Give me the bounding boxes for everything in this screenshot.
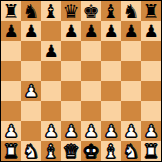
square-f1[interactable]: ♝ — [101, 141, 121, 161]
square-b4[interactable]: ♟ — [21, 81, 41, 101]
square-f4[interactable] — [101, 81, 121, 101]
square-a6[interactable] — [1, 41, 21, 61]
square-d6[interactable] — [61, 41, 81, 61]
chess-board-frame: ♜♞♝♛♚♝♞♜♟♟♟♟♟♟♟♟♟♟♟♟♟♟♟♟♜♞♝♛♚♝♞♜ — [0, 0, 162, 162]
square-d1[interactable]: ♛ — [61, 141, 81, 161]
piece-black-king[interactable]: ♚ — [82, 1, 99, 21]
square-e1[interactable]: ♚ — [81, 141, 101, 161]
square-d4[interactable] — [61, 81, 81, 101]
square-g7[interactable]: ♟ — [121, 21, 141, 41]
square-b8[interactable]: ♞ — [21, 1, 41, 21]
piece-white-rook[interactable]: ♜ — [142, 141, 159, 161]
square-e7[interactable]: ♟ — [81, 21, 101, 41]
piece-black-queen[interactable]: ♛ — [62, 1, 79, 21]
square-a8[interactable]: ♜ — [1, 1, 21, 21]
piece-black-knight[interactable]: ♞ — [22, 1, 39, 21]
square-g2[interactable]: ♟ — [121, 121, 141, 141]
square-f5[interactable] — [101, 61, 121, 81]
piece-white-rook[interactable]: ♜ — [2, 141, 19, 161]
square-c5[interactable] — [41, 61, 61, 81]
square-e5[interactable] — [81, 61, 101, 81]
square-h6[interactable] — [141, 41, 161, 61]
piece-white-pawn[interactable]: ♟ — [63, 121, 78, 141]
square-a7[interactable]: ♟ — [1, 21, 21, 41]
piece-black-pawn[interactable]: ♟ — [103, 21, 118, 41]
piece-black-bishop[interactable]: ♝ — [42, 1, 59, 21]
square-e6[interactable] — [81, 41, 101, 61]
square-c8[interactable]: ♝ — [41, 1, 61, 21]
square-f8[interactable]: ♝ — [101, 1, 121, 21]
piece-white-pawn[interactable]: ♟ — [103, 121, 118, 141]
piece-white-queen[interactable]: ♛ — [62, 141, 79, 161]
square-g3[interactable] — [121, 101, 141, 121]
square-d8[interactable]: ♛ — [61, 1, 81, 21]
piece-white-bishop[interactable]: ♝ — [102, 141, 119, 161]
square-e2[interactable]: ♟ — [81, 121, 101, 141]
square-g5[interactable] — [121, 61, 141, 81]
square-c2[interactable]: ♟ — [41, 121, 61, 141]
piece-black-pawn[interactable]: ♟ — [43, 41, 58, 61]
square-c6[interactable]: ♟ — [41, 41, 61, 61]
square-h5[interactable] — [141, 61, 161, 81]
square-c3[interactable] — [41, 101, 61, 121]
square-h2[interactable]: ♟ — [141, 121, 161, 141]
piece-white-bishop[interactable]: ♝ — [42, 141, 59, 161]
piece-white-knight[interactable]: ♞ — [122, 141, 139, 161]
chess-board: ♜♞♝♛♚♝♞♜♟♟♟♟♟♟♟♟♟♟♟♟♟♟♟♟♜♞♝♛♚♝♞♜ — [1, 1, 161, 161]
piece-black-pawn[interactable]: ♟ — [3, 21, 18, 41]
piece-black-pawn[interactable]: ♟ — [83, 21, 98, 41]
square-g1[interactable]: ♞ — [121, 141, 141, 161]
piece-black-pawn[interactable]: ♟ — [63, 21, 78, 41]
square-d7[interactable]: ♟ — [61, 21, 81, 41]
square-g4[interactable] — [121, 81, 141, 101]
piece-black-bishop[interactable]: ♝ — [102, 1, 119, 21]
square-a5[interactable] — [1, 61, 21, 81]
square-e4[interactable] — [81, 81, 101, 101]
square-c7[interactable] — [41, 21, 61, 41]
piece-white-knight[interactable]: ♞ — [22, 141, 39, 161]
piece-black-pawn[interactable]: ♟ — [143, 21, 158, 41]
square-f3[interactable] — [101, 101, 121, 121]
square-a1[interactable]: ♜ — [1, 141, 21, 161]
square-f7[interactable]: ♟ — [101, 21, 121, 41]
square-e8[interactable]: ♚ — [81, 1, 101, 21]
piece-white-pawn[interactable]: ♟ — [123, 121, 138, 141]
square-a3[interactable] — [1, 101, 21, 121]
piece-white-pawn[interactable]: ♟ — [143, 121, 158, 141]
square-h7[interactable]: ♟ — [141, 21, 161, 41]
square-g8[interactable]: ♞ — [121, 1, 141, 21]
square-d5[interactable] — [61, 61, 81, 81]
square-e3[interactable] — [81, 101, 101, 121]
square-g6[interactable] — [121, 41, 141, 61]
square-b6[interactable] — [21, 41, 41, 61]
piece-black-knight[interactable]: ♞ — [122, 1, 139, 21]
square-b7[interactable]: ♟ — [21, 21, 41, 41]
square-b2[interactable] — [21, 121, 41, 141]
square-c1[interactable]: ♝ — [41, 141, 61, 161]
piece-black-rook[interactable]: ♜ — [142, 1, 159, 21]
piece-black-pawn[interactable]: ♟ — [123, 21, 138, 41]
piece-white-king[interactable]: ♚ — [82, 141, 99, 161]
square-f2[interactable]: ♟ — [101, 121, 121, 141]
square-h8[interactable]: ♜ — [141, 1, 161, 21]
square-h4[interactable] — [141, 81, 161, 101]
square-b5[interactable] — [21, 61, 41, 81]
piece-black-pawn[interactable]: ♟ — [23, 21, 38, 41]
square-h3[interactable] — [141, 101, 161, 121]
square-b3[interactable] — [21, 101, 41, 121]
piece-white-pawn[interactable]: ♟ — [23, 81, 38, 101]
square-a2[interactable]: ♟ — [1, 121, 21, 141]
piece-black-rook[interactable]: ♜ — [2, 1, 19, 21]
square-d2[interactable]: ♟ — [61, 121, 81, 141]
piece-white-pawn[interactable]: ♟ — [43, 121, 58, 141]
square-b1[interactable]: ♞ — [21, 141, 41, 161]
square-f6[interactable] — [101, 41, 121, 61]
square-a4[interactable] — [1, 81, 21, 101]
square-c4[interactable] — [41, 81, 61, 101]
piece-white-pawn[interactable]: ♟ — [3, 121, 18, 141]
square-d3[interactable] — [61, 101, 81, 121]
piece-white-pawn[interactable]: ♟ — [83, 121, 98, 141]
square-h1[interactable]: ♜ — [141, 141, 161, 161]
